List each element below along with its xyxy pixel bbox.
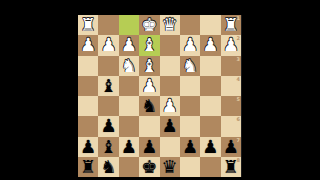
square-f5[interactable]	[119, 96, 139, 116]
white-knight-c3[interactable]: ♞	[182, 56, 198, 74]
square-h2[interactable]: ♟	[78, 35, 98, 55]
square-c1[interactable]	[180, 15, 200, 35]
black-queen-d8[interactable]: ♛	[162, 157, 178, 175]
black-knight-g8[interactable]: ♞	[100, 157, 116, 175]
rank-label-6: 6	[237, 116, 240, 122]
square-b3[interactable]	[200, 56, 220, 76]
square-f6[interactable]	[119, 116, 139, 136]
square-g6[interactable]: ♟	[98, 116, 118, 136]
square-g5[interactable]	[98, 96, 118, 116]
black-rook-a8[interactable]: ♜	[223, 157, 239, 175]
square-d3[interactable]	[160, 56, 180, 76]
square-e6[interactable]	[139, 116, 159, 136]
square-g1[interactable]	[98, 15, 118, 35]
square-b4[interactable]	[200, 76, 220, 96]
square-g2[interactable]: ♟	[98, 35, 118, 55]
square-b7[interactable]: ♟	[200, 137, 220, 157]
square-f2[interactable]: ♟	[119, 35, 139, 55]
rank-label-4: 4	[237, 76, 240, 82]
square-f8[interactable]	[119, 157, 139, 177]
square-e1[interactable]: ♚	[139, 15, 159, 35]
square-h4[interactable]	[78, 76, 98, 96]
black-pawn-e7[interactable]: ♟	[141, 137, 157, 155]
square-g3[interactable]	[98, 56, 118, 76]
white-pawn-g2[interactable]: ♟	[100, 36, 116, 54]
square-b2[interactable]: ♟	[200, 35, 220, 55]
black-pawn-g6[interactable]: ♟	[100, 117, 116, 135]
black-bishop-g4[interactable]: ♝	[100, 76, 116, 94]
square-h1[interactable]: ♜	[78, 15, 98, 35]
rank-label-5: 5	[237, 96, 240, 102]
square-a6[interactable]: 6	[221, 116, 241, 136]
square-f3[interactable]: ♞	[119, 56, 139, 76]
white-pawn-e4[interactable]: ♟	[141, 76, 157, 94]
black-pawn-f7[interactable]: ♟	[121, 137, 137, 155]
square-c2[interactable]: ♟	[180, 35, 200, 55]
square-a3[interactable]: 3	[221, 56, 241, 76]
square-d1[interactable]: ♛	[160, 15, 180, 35]
square-a1[interactable]: ♜1	[221, 15, 241, 35]
square-e8[interactable]: ♚	[139, 157, 159, 177]
square-e3[interactable]: ♝	[139, 56, 159, 76]
square-b5[interactable]	[200, 96, 220, 116]
square-c6[interactable]	[180, 116, 200, 136]
white-bishop-e2[interactable]: ♝	[141, 36, 157, 54]
square-d5[interactable]: ♟	[160, 96, 180, 116]
black-knight-e5[interactable]: ♞	[141, 97, 157, 115]
white-knight-f3[interactable]: ♞	[121, 56, 137, 74]
square-f7[interactable]: ♟	[119, 137, 139, 157]
black-pawn-a7[interactable]: ♟	[223, 137, 239, 155]
square-b6[interactable]	[200, 116, 220, 136]
square-g7[interactable]: ♝	[98, 137, 118, 157]
square-d6[interactable]: ♟	[160, 116, 180, 136]
square-c5[interactable]	[180, 96, 200, 116]
white-pawn-b2[interactable]: ♟	[202, 36, 218, 54]
white-rook-a1[interactable]: ♜	[223, 16, 239, 34]
white-pawn-f2[interactable]: ♟	[121, 36, 137, 54]
square-f1[interactable]	[119, 15, 139, 35]
square-h7[interactable]: ♟	[78, 137, 98, 157]
square-e4[interactable]: ♟	[139, 76, 159, 96]
black-bishop-g7[interactable]: ♝	[100, 137, 116, 155]
black-rook-h8[interactable]: ♜	[80, 157, 96, 175]
square-e2[interactable]: ♝	[139, 35, 159, 55]
rank-label-3: 3	[237, 56, 240, 62]
square-g4[interactable]: ♝	[98, 76, 118, 96]
square-a7[interactable]: ♟7	[221, 137, 241, 157]
square-c3[interactable]: ♞	[180, 56, 200, 76]
square-h6[interactable]	[78, 116, 98, 136]
square-f4[interactable]	[119, 76, 139, 96]
black-pawn-b7[interactable]: ♟	[202, 137, 218, 155]
square-d8[interactable]: ♛	[160, 157, 180, 177]
white-pawn-h2[interactable]: ♟	[80, 36, 96, 54]
square-h3[interactable]	[78, 56, 98, 76]
square-c7[interactable]: ♟	[180, 137, 200, 157]
square-c4[interactable]	[180, 76, 200, 96]
square-a8[interactable]: ♜8	[221, 157, 241, 177]
square-a5[interactable]: 5	[221, 96, 241, 116]
white-pawn-c2[interactable]: ♟	[182, 36, 198, 54]
square-b8[interactable]	[200, 157, 220, 177]
black-pawn-c7[interactable]: ♟	[182, 137, 198, 155]
square-e7[interactable]: ♟	[139, 137, 159, 157]
square-d2[interactable]	[160, 35, 180, 55]
white-pawn-a2[interactable]: ♟	[223, 36, 239, 54]
white-pawn-d5[interactable]: ♟	[162, 97, 178, 115]
square-a4[interactable]: 4	[221, 76, 241, 96]
black-king-e8[interactable]: ♚	[141, 157, 157, 175]
chess-board: ♜♚♛♜1♟♟♟♝♟♟♟2♞♝♞3♝♟4♞♟5♟♟6♟♝♟♟♟♟♟7♜♞♚♛♜8	[78, 15, 241, 177]
square-g8[interactable]: ♞	[98, 157, 118, 177]
white-rook-h1[interactable]: ♜	[80, 16, 96, 34]
white-king-e1[interactable]: ♚	[141, 16, 157, 34]
white-bishop-e3[interactable]: ♝	[141, 56, 157, 74]
square-a2[interactable]: ♟2	[221, 35, 241, 55]
square-h5[interactable]	[78, 96, 98, 116]
square-d7[interactable]	[160, 137, 180, 157]
white-queen-d1[interactable]: ♛	[162, 16, 178, 34]
square-c8[interactable]	[180, 157, 200, 177]
square-b1[interactable]	[200, 15, 220, 35]
square-h8[interactable]: ♜	[78, 157, 98, 177]
square-e5[interactable]: ♞	[139, 96, 159, 116]
black-pawn-d6[interactable]: ♟	[162, 117, 178, 135]
black-pawn-h7[interactable]: ♟	[80, 137, 96, 155]
square-d4[interactable]	[160, 76, 180, 96]
